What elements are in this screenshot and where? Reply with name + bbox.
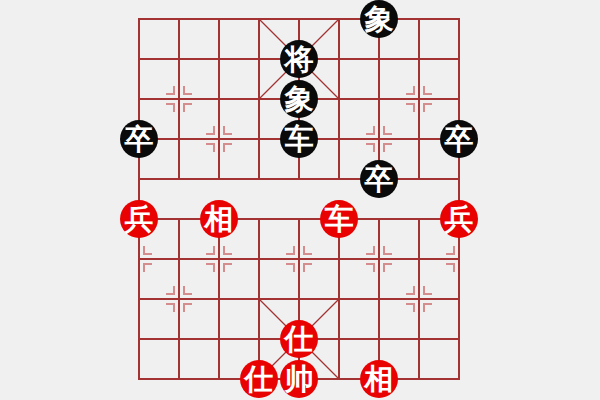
piece-glyph: 兵 [125, 205, 154, 234]
black-general[interactable]: 将 [280, 40, 318, 78]
piece-glyph: 仕 [245, 365, 274, 394]
red-pawn[interactable]: 兵 [440, 200, 478, 238]
pieces-layer: 象将象卒车卒卒兵相车兵仕仕帅相 [119, 0, 479, 399]
piece-glyph: 帅 [285, 365, 314, 394]
black-elephant[interactable]: 象 [280, 80, 318, 118]
piece-glyph: 卒 [125, 125, 154, 154]
red-pawn[interactable]: 兵 [120, 200, 158, 238]
red-advisor[interactable]: 仕 [280, 320, 318, 358]
piece-glyph: 相 [365, 365, 394, 394]
red-elephant[interactable]: 相 [200, 200, 238, 238]
piece-glyph: 卒 [445, 125, 474, 154]
red-general[interactable]: 帅 [280, 360, 318, 398]
piece-glyph: 车 [285, 125, 314, 154]
black-chariot[interactable]: 车 [280, 120, 318, 158]
piece-glyph: 象 [365, 5, 394, 34]
red-advisor[interactable]: 仕 [240, 360, 278, 398]
piece-glyph: 将 [285, 45, 314, 74]
piece-glyph: 仕 [285, 325, 314, 354]
black-pawn[interactable]: 卒 [120, 120, 158, 158]
black-elephant[interactable]: 象 [360, 0, 398, 38]
black-pawn[interactable]: 卒 [440, 120, 478, 158]
red-chariot[interactable]: 车 [320, 200, 358, 238]
piece-glyph: 象 [285, 85, 314, 114]
xiangqi-board: 象将象卒车卒卒兵相车兵仕仕帅相 [0, 0, 600, 400]
black-pawn[interactable]: 卒 [360, 160, 398, 198]
piece-glyph: 相 [205, 205, 234, 234]
piece-glyph: 车 [325, 205, 354, 234]
red-elephant[interactable]: 相 [360, 360, 398, 398]
piece-glyph: 兵 [445, 205, 474, 234]
piece-glyph: 卒 [365, 165, 394, 194]
